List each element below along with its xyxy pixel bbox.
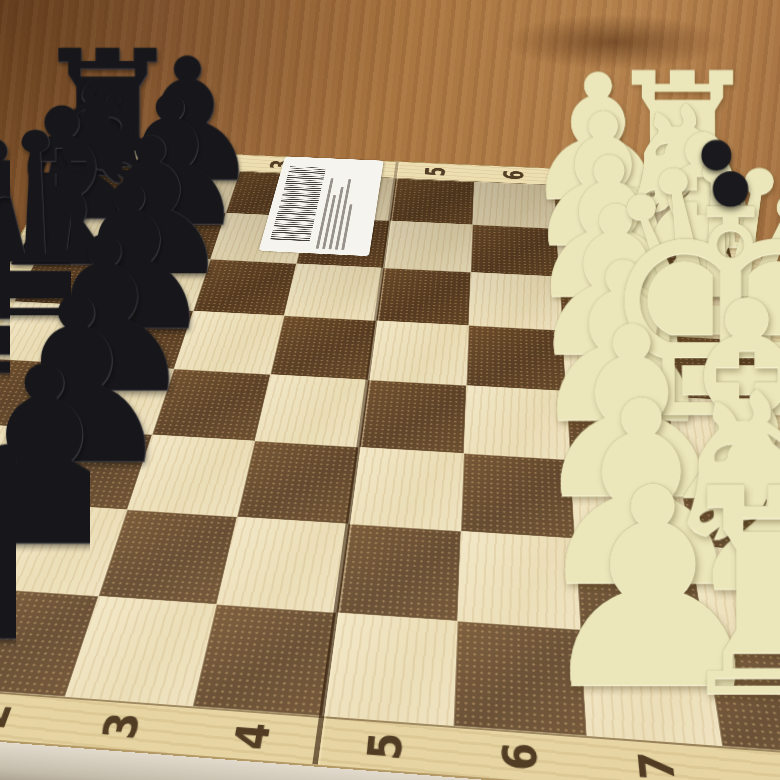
black-finial-icon <box>713 172 748 207</box>
square-dark <box>359 380 467 454</box>
rank-digit: 4 <box>342 163 373 173</box>
square-light <box>368 321 469 386</box>
square-dark <box>390 178 475 224</box>
rank-digit: 5 <box>358 731 412 762</box>
rank-digit: 6 <box>494 741 547 773</box>
rank-digit: 7 <box>630 751 686 780</box>
square-light <box>284 264 383 321</box>
rank-digit: 4 <box>225 721 280 752</box>
chess-photo-scene: 3456 ♜♟♟♜♞♟♟♞♝♟♟♝♛♟♟♛♚♟♟♚♝♟♟♝♞♟♟♞♜♟♟♜ 23… <box>0 0 780 780</box>
barcode <box>270 166 326 241</box>
square-light <box>255 375 368 448</box>
square-dark <box>193 604 337 716</box>
square-light <box>383 221 472 273</box>
square-dark <box>336 524 461 621</box>
square-light <box>217 517 349 613</box>
rank-digit: 3 <box>265 159 297 169</box>
rank-digit: 5 <box>420 166 451 177</box>
square-light <box>348 447 464 531</box>
black-pawn: ♟ <box>0 414 126 680</box>
rank-digit: 3 <box>93 711 150 741</box>
square-dark <box>376 268 471 326</box>
folding-chess-box: 3456 ♜♟♟♜♞♟♟♞♝♟♟♝♛♟♟♛♚♟♟♚♝♟♟♝♞♟♟♞♜♟♟♜ 23… <box>0 148 780 780</box>
chess-board: ♜♟♟♜♞♟♟♞♝♟♟♝♛♟♟♛♚♟♟♚♝♟♟♝♞♟♟♞♜♟♟♜ <box>0 165 780 757</box>
white-rook: ♜ <box>659 451 780 738</box>
rank-digit: 2 <box>0 701 22 731</box>
square-dark <box>271 316 377 380</box>
square-dark <box>237 441 359 524</box>
square-light <box>322 613 457 726</box>
